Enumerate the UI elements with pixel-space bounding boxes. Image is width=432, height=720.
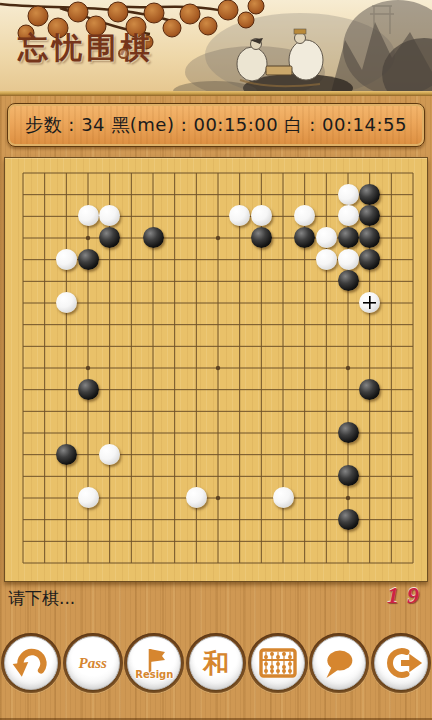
redo-button-recess xyxy=(371,633,431,693)
white-stone xyxy=(338,205,359,226)
white-stone xyxy=(229,205,250,226)
white-stone xyxy=(294,205,315,226)
redo-button[interactable] xyxy=(374,636,428,690)
white-stone xyxy=(359,292,380,313)
black-stone xyxy=(359,379,380,400)
black-stone xyxy=(359,184,380,205)
pass-button[interactable]: Pass xyxy=(66,636,120,690)
black-stone xyxy=(99,227,120,248)
toolbar: Pass Resign 和 xyxy=(0,630,432,696)
white-stone xyxy=(78,487,99,508)
move-countdown: 19 xyxy=(387,582,427,609)
white-stone xyxy=(251,205,272,226)
black-stone xyxy=(78,379,99,400)
stones-layer xyxy=(23,173,413,563)
header-divider xyxy=(0,91,432,96)
chat-button-recess xyxy=(309,633,369,693)
black-stone xyxy=(359,205,380,226)
resign-button-recess: Resign xyxy=(124,633,184,693)
white-stone xyxy=(99,205,120,226)
draw-label: 和 xyxy=(203,650,229,676)
white-stone xyxy=(56,292,77,313)
black-stone xyxy=(359,227,380,248)
black-stone xyxy=(338,422,359,443)
black-stone xyxy=(78,249,99,270)
app-root: 忘忧围棋 步数 : 34 黑(me) : 00:15:00 白 : 00:14:… xyxy=(0,0,432,720)
white-stone xyxy=(316,249,337,270)
black-stone xyxy=(294,227,315,248)
app-title: 忘忧围棋 xyxy=(18,28,154,69)
black-stone xyxy=(143,227,164,248)
white-stone xyxy=(273,487,294,508)
message-bar: 请下棋... 19 xyxy=(0,582,432,630)
black-stone xyxy=(338,270,359,291)
go-board[interactable] xyxy=(4,157,428,582)
black-stone xyxy=(56,444,77,465)
resign-label: Resign xyxy=(135,669,173,680)
chat-button[interactable] xyxy=(312,636,366,690)
black-stone xyxy=(338,509,359,530)
white-stone xyxy=(186,487,207,508)
white-stone xyxy=(316,227,337,248)
chat-bubble-icon xyxy=(319,644,359,682)
board-grid[interactable] xyxy=(23,173,413,563)
count-button-recess xyxy=(248,633,308,693)
count-button[interactable] xyxy=(251,636,305,690)
white-stone xyxy=(338,249,359,270)
resign-button[interactable]: Resign xyxy=(127,636,181,690)
draw-button[interactable]: 和 xyxy=(189,636,243,690)
title-ornament-circle xyxy=(118,48,129,59)
draw-button-recess: 和 xyxy=(186,633,246,693)
black-stone xyxy=(359,249,380,270)
redo-icon xyxy=(379,641,423,685)
status-text: 步数 : 34 黑(me) : 00:15:00 白 : 00:14:55 xyxy=(25,113,407,137)
undo-icon xyxy=(9,641,53,685)
last-move-marker xyxy=(359,292,380,313)
undo-button[interactable] xyxy=(4,636,58,690)
pass-label: Pass xyxy=(78,655,106,672)
undo-button-recess xyxy=(1,633,61,693)
white-stone xyxy=(56,249,77,270)
white-stone xyxy=(78,205,99,226)
header-banner: 忘忧围棋 xyxy=(0,0,432,96)
white-stone xyxy=(99,444,120,465)
black-stone xyxy=(338,227,359,248)
pass-button-recess: Pass xyxy=(63,633,123,693)
white-stone xyxy=(338,184,359,205)
black-stone xyxy=(251,227,272,248)
black-stone xyxy=(338,465,359,486)
turn-prompt: 请下棋... xyxy=(8,587,75,610)
status-bar: 步数 : 34 黑(me) : 00:15:00 白 : 00:14:55 xyxy=(7,103,425,147)
abacus-icon xyxy=(258,646,298,680)
